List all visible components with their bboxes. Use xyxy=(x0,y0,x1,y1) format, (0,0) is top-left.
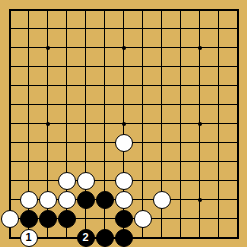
stone-white-B1: 1 xyxy=(20,229,38,247)
stone-black-B2 xyxy=(20,210,38,228)
stone-black-C2 xyxy=(39,210,57,228)
star-point xyxy=(46,46,50,50)
stone-move-number: 2 xyxy=(82,232,88,243)
star-point xyxy=(122,46,126,50)
star-point xyxy=(122,122,126,126)
stone-white-G6 xyxy=(115,134,133,152)
stone-white-D4 xyxy=(58,172,76,190)
go-board-diagram: 12 xyxy=(0,0,247,247)
grid-line-vertical-9 xyxy=(180,10,181,238)
stone-black-F3 xyxy=(96,191,114,209)
stone-black-G1 xyxy=(115,229,133,247)
stone-white-A2 xyxy=(1,210,19,228)
stone-white-J3 xyxy=(153,191,171,209)
star-point xyxy=(198,46,202,50)
stone-white-G4 xyxy=(115,172,133,190)
stone-white-H2 xyxy=(134,210,152,228)
star-point xyxy=(198,198,202,202)
go-board: 12 xyxy=(0,0,247,247)
stone-white-D3 xyxy=(58,191,76,209)
stone-white-G3 xyxy=(115,191,133,209)
grid-line-horizontal-8 xyxy=(10,161,238,162)
stone-black-G2 xyxy=(115,210,133,228)
stone-black-E1: 2 xyxy=(77,229,95,247)
stone-black-F1 xyxy=(96,229,114,247)
grid-line-vertical-7 xyxy=(142,10,143,238)
stone-move-number: 1 xyxy=(25,232,31,243)
stone-black-E3 xyxy=(77,191,95,209)
grid-line-vertical-11 xyxy=(218,10,219,238)
star-point xyxy=(198,122,202,126)
stone-white-B3 xyxy=(20,191,38,209)
stone-white-E4 xyxy=(77,172,95,190)
stone-white-C3 xyxy=(39,191,57,209)
star-point xyxy=(46,122,50,126)
stone-black-D2 xyxy=(58,210,76,228)
